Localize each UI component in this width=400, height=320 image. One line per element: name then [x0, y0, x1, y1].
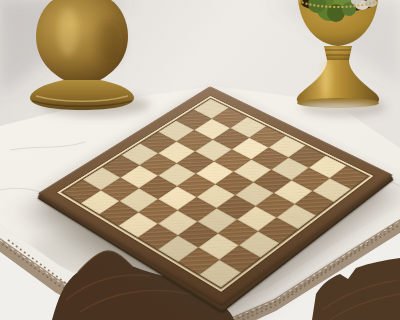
board-tilt-layer	[0, 0, 400, 320]
board-grid	[63, 99, 368, 288]
product-photo	[0, 0, 400, 320]
board-perspective-layer	[0, 0, 400, 320]
chess-board	[37, 86, 393, 307]
